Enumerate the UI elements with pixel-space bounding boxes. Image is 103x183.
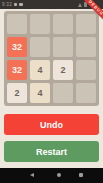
tile-32-r2c1: 32 — [7, 37, 27, 57]
notification-icon — [14, 3, 18, 7]
recents-icon[interactable] — [79, 173, 83, 177]
cell-empty-r2c4 — [76, 37, 96, 57]
cell-empty-r1c3 — [53, 14, 73, 34]
nav-bar — [0, 168, 103, 183]
cell-empty-r1c4 — [76, 14, 96, 34]
cell-empty-r4c4 — [76, 83, 96, 103]
cell-empty-r3c4 — [76, 60, 96, 80]
status-time: 9:32 — [2, 0, 12, 9]
tile-4-r3c2: 4 — [30, 60, 50, 80]
tile-2-r3c3: 2 — [53, 60, 73, 80]
restart-button[interactable]: Restart — [4, 141, 99, 162]
notification-icon — [19, 3, 23, 7]
cell-empty-r2c2 — [30, 37, 50, 57]
tile-4-r4c2: 4 — [30, 83, 50, 103]
phone-screen: 9:32 DEBUG 32324224 Undo Restart — [0, 0, 103, 183]
home-icon[interactable] — [57, 173, 61, 177]
undo-button[interactable]: Undo — [4, 114, 99, 135]
tile-2-r4c1: 2 — [7, 83, 27, 103]
cell-empty-r1c2 — [30, 14, 50, 34]
back-icon[interactable] — [30, 173, 34, 177]
cell-empty-r2c3 — [53, 37, 73, 57]
cell-empty-r4c3 — [53, 83, 73, 103]
wifi-icon — [78, 3, 82, 7]
tile-32-r3c1: 32 — [7, 60, 27, 80]
board[interactable]: 32324224 — [4, 11, 99, 106]
cell-empty-r1c1 — [7, 14, 27, 34]
